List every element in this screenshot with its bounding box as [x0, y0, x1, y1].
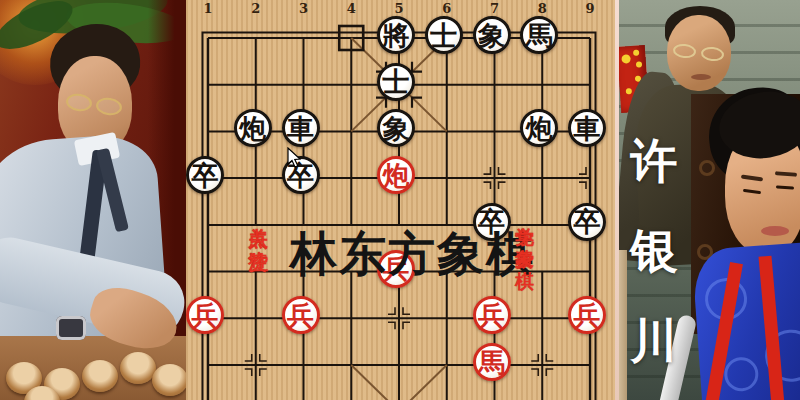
piece-black-馬-file8-rank0[interactable]: 馬 [520, 16, 558, 54]
piece-red-兵-file7-rank6[interactable]: 兵 [473, 296, 511, 334]
piece-black-象-file7-rank0[interactable]: 象 [473, 16, 511, 54]
piece-black-士-file5-rank1[interactable]: 士 [377, 63, 415, 101]
piece-black-象-file5-rank2[interactable]: 象 [377, 109, 415, 147]
piece-black-車-file9-rank2[interactable]: 車 [568, 109, 606, 147]
piece-black-卒-file1-rank3[interactable]: 卒 [186, 156, 224, 194]
xiangqi-board[interactable]: 123456789 將士象馬士炮車象炮車卒卒炮卒卒兵兵兵兵兵馬 关注 点赞 林东… [186, 0, 615, 400]
piece-black-車-file3-rank2[interactable]: 車 [282, 109, 320, 147]
flag-star [636, 61, 642, 67]
video-thumbnail: 123456789 將士象馬士炮車象炮車卒卒炮卒卒兵兵兵兵兵馬 关注 点赞 林东… [0, 0, 800, 400]
piece-black-士-file6-rank0[interactable]: 士 [425, 16, 463, 54]
piece-black-將-file5-rank0[interactable]: 將 [377, 16, 415, 54]
piece-black-炮-file2-rank2[interactable]: 炮 [234, 109, 272, 147]
piece-black-炮-file8-rank2[interactable]: 炮 [520, 109, 558, 147]
flag-star [621, 54, 631, 64]
right-player-photo: 许银川 [615, 0, 800, 400]
board-grid [186, 0, 615, 400]
lips [761, 226, 789, 236]
left-player-photo [0, 0, 186, 400]
caption-char-许: 许 [631, 130, 678, 193]
piece-red-兵-file9-rank6[interactable]: 兵 [568, 296, 606, 334]
piece-black-卒-file9-rank4[interactable]: 卒 [568, 203, 606, 241]
piece-red-兵-file1-rank6[interactable]: 兵 [186, 296, 224, 334]
photo-separator [615, 0, 619, 400]
standing-player-mouth [691, 74, 711, 80]
flag-star [626, 88, 632, 94]
piece-red-炮-file5-rank3[interactable]: 炮 [377, 156, 415, 194]
caption-char-银: 银 [631, 220, 678, 283]
mouse-cursor [287, 147, 303, 169]
wooden-chess-piece [152, 364, 186, 396]
wooden-chess-piece [120, 352, 156, 384]
piece-red-兵-file3-rank6[interactable]: 兵 [282, 296, 320, 334]
jacket-medallion [723, 356, 759, 392]
caption-char-川: 川 [631, 310, 678, 373]
wooden-chess-piece [82, 360, 118, 392]
watermark-line: 学象棋 [515, 226, 534, 292]
wristwatch [56, 316, 86, 340]
piece-red-馬-file7-rank7[interactable]: 馬 [473, 343, 511, 381]
player-name-caption: 许银川 [623, 130, 685, 373]
right-player-blue-jacket [692, 242, 800, 400]
watermark-line: 点赞 [248, 228, 268, 274]
channel-title: 林东方象棋 [290, 223, 535, 286]
cabinet-ring-handle [699, 160, 715, 176]
flag-star [633, 50, 639, 56]
